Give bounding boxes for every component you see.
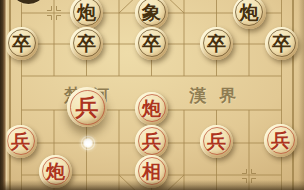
piece-character: 卒	[272, 34, 291, 53]
piece-character: 炮	[240, 3, 259, 22]
bottom-edge-shade	[0, 180, 304, 190]
piece-red-pawn-e6[interactable]: 兵	[135, 125, 168, 158]
piece-character: 兵	[11, 132, 30, 151]
piece-black-cannon-c2[interactable]: 炮	[70, 0, 103, 29]
piece-red-pawn-i6[interactable]: 兵	[264, 124, 297, 157]
piece-black-elephant-e2[interactable]: 象	[135, 0, 168, 29]
piece-character: 炮	[142, 99, 161, 118]
piece-black-pawn-g3[interactable]: 卒	[200, 27, 233, 60]
piece-character: 炮	[77, 3, 96, 22]
piece-character: 兵	[271, 131, 290, 150]
piece-red-pawn-c6[interactable]: 兵	[67, 87, 107, 127]
piece-character: 卒	[77, 34, 96, 53]
piece-character: 兵	[207, 132, 226, 151]
selection-sparkle	[78, 133, 98, 153]
piece-character: 炮	[46, 162, 65, 181]
piece-character: 象	[142, 3, 161, 22]
piece-red-cannon-e5[interactable]: 炮	[135, 92, 168, 125]
piece-red-pawn-a6[interactable]: 兵	[4, 125, 37, 158]
piece-black-pawn-c3[interactable]: 卒	[70, 27, 103, 60]
piece-character: 卒	[207, 34, 226, 53]
piece-black-pawn-e3[interactable]: 卒	[135, 27, 168, 60]
left-edge-strip	[0, 0, 8, 190]
piece-character: 兵	[142, 132, 161, 151]
piece-black-pawn-a3[interactable]: 卒	[5, 27, 38, 60]
right-edge-shade	[298, 0, 304, 190]
piece-character: 卒	[12, 34, 31, 53]
piece-red-pawn-g6[interactable]: 兵	[200, 125, 233, 158]
piece-black-pawn-i3[interactable]: 卒	[265, 27, 298, 60]
piece-character: 相	[142, 162, 161, 181]
river-label-han-jie: 漢界	[189, 84, 249, 107]
xiangqi-board[interactable]: 楚河 漢界 炮象炮卒卒卒卒卒炮兵兵兵兵炮相兵	[0, 0, 304, 190]
piece-black-cannon-h2[interactable]: 炮	[233, 0, 266, 29]
piece-character: 卒	[142, 34, 161, 53]
piece-character: 兵	[76, 96, 99, 119]
